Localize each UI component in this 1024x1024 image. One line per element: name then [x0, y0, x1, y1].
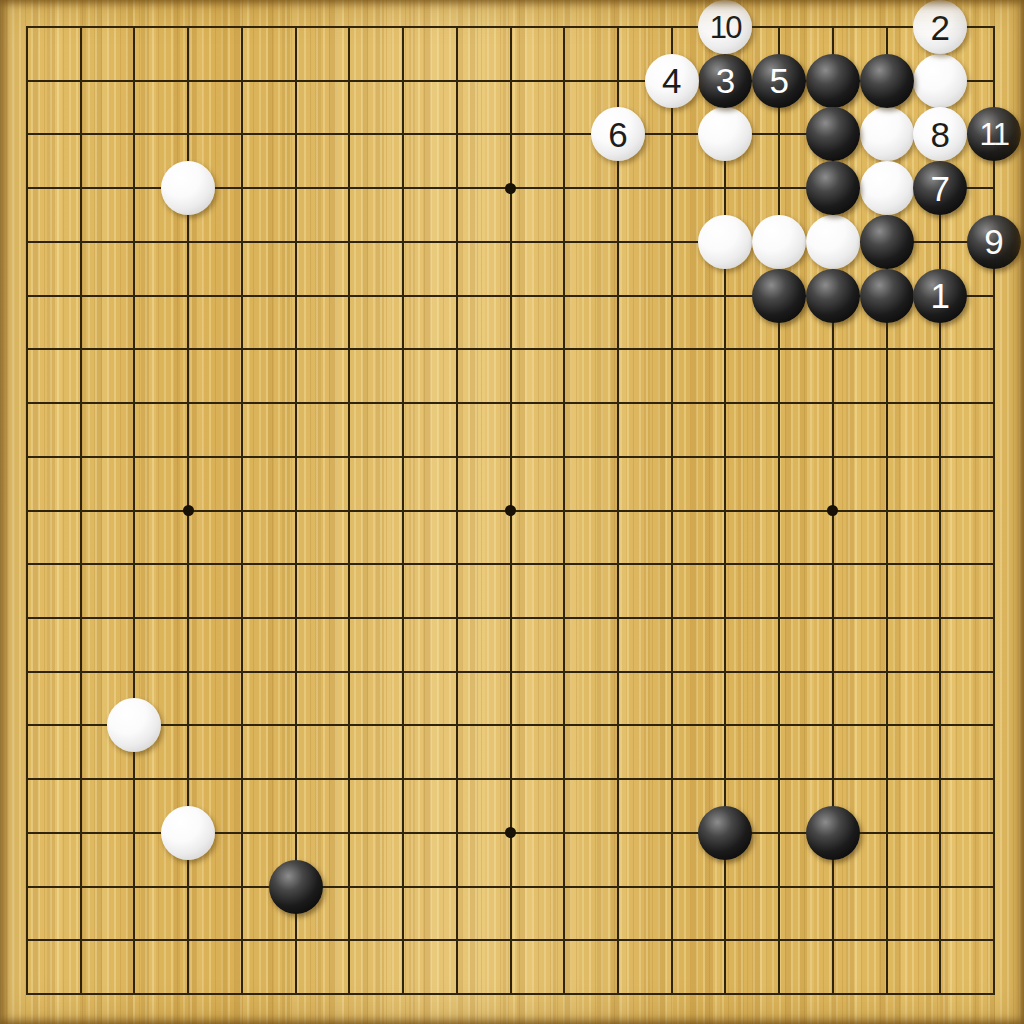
stone-black: [806, 107, 860, 161]
stone-white: 4: [645, 54, 699, 108]
go-board: 1234567891011: [0, 0, 1024, 1024]
stone-black: [806, 54, 860, 108]
stone-black: [806, 806, 860, 860]
stone-black: [860, 54, 914, 108]
stone-black: [698, 806, 752, 860]
move-number-label: 1: [931, 278, 950, 313]
stone-black: 7: [913, 161, 967, 215]
stone-white: 8: [913, 107, 967, 161]
stone-white: 2: [913, 0, 967, 54]
stones-layer: 1234567891011: [0, 0, 1024, 1024]
stone-white: [913, 54, 967, 108]
stone-black: [269, 860, 323, 914]
stone-black: [860, 269, 914, 323]
stone-white: [698, 107, 752, 161]
stone-black: 1: [913, 269, 967, 323]
move-number-label: 3: [716, 63, 735, 98]
stone-white: [107, 698, 161, 752]
move-number-label: 7: [931, 171, 950, 206]
stone-white: [161, 806, 215, 860]
move-number-label: 11: [979, 119, 1008, 150]
stone-white: [860, 107, 914, 161]
stone-white: [806, 215, 860, 269]
stone-white: [161, 161, 215, 215]
stone-black: [806, 161, 860, 215]
stone-white: 10: [698, 0, 752, 54]
stone-black: [860, 215, 914, 269]
move-number-label: 5: [769, 63, 788, 98]
move-number-label: 4: [662, 63, 681, 98]
move-number-label: 8: [931, 117, 950, 152]
stone-black: 11: [967, 107, 1021, 161]
move-number-label: 10: [710, 12, 741, 43]
stone-black: 5: [752, 54, 806, 108]
stone-white: 6: [591, 107, 645, 161]
stone-black: 9: [967, 215, 1021, 269]
stone-black: [752, 269, 806, 323]
stone-black: 3: [698, 54, 752, 108]
stone-white: [860, 161, 914, 215]
stone-white: [698, 215, 752, 269]
move-number-label: 2: [931, 10, 950, 45]
stone-black: [806, 269, 860, 323]
stone-white: [752, 215, 806, 269]
move-number-label: 9: [984, 224, 1003, 259]
move-number-label: 6: [608, 117, 627, 152]
